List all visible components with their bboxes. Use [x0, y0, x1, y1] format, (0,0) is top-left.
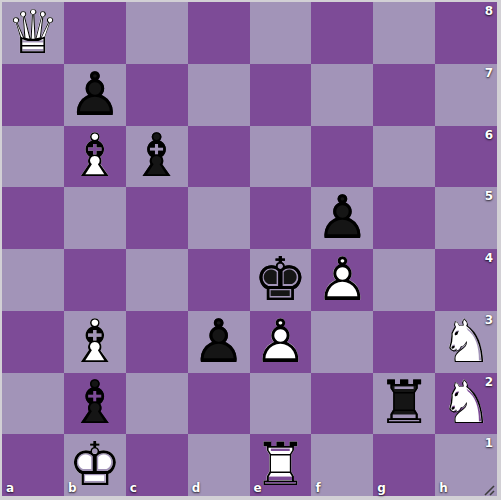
square-f6[interactable] — [311, 126, 373, 188]
square-b1[interactable]: ♚♔b — [64, 434, 126, 496]
square-h5[interactable]: 5 — [435, 187, 497, 249]
square-d6[interactable] — [188, 126, 250, 188]
white-queen-outline-icon: ♕ — [6, 2, 60, 62]
white-rook-piece[interactable]: ♜♖ — [250, 434, 312, 496]
square-c4[interactable] — [126, 249, 188, 311]
square-a2[interactable] — [2, 373, 64, 435]
square-b5[interactable] — [64, 187, 126, 249]
square-e3[interactable]: ♟♙ — [250, 311, 312, 373]
square-h1[interactable]: h1 — [435, 434, 497, 496]
white-bishop-piece[interactable]: ♝♗ — [64, 311, 126, 373]
black-pawn-icon: ♟ — [192, 310, 246, 370]
black-king-piece[interactable]: ♚♔ — [250, 249, 312, 311]
white-king-piece[interactable]: ♚♔ — [64, 434, 126, 496]
square-c6[interactable]: ♝♗ — [126, 126, 188, 188]
black-pawn-icon: ♟ — [68, 63, 122, 123]
black-bishop-piece[interactable]: ♝♗ — [126, 126, 188, 188]
white-knight-icon: ♞ — [439, 372, 493, 432]
black-pawn-piece[interactable]: ♟♙ — [188, 311, 250, 373]
square-e2[interactable] — [250, 373, 312, 435]
square-c7[interactable] — [126, 64, 188, 126]
square-e8[interactable] — [250, 2, 312, 64]
board-resize-handle-icon[interactable] — [482, 481, 495, 494]
square-g5[interactable] — [373, 187, 435, 249]
square-f1[interactable]: f — [311, 434, 373, 496]
black-bishop-piece[interactable]: ♝♗ — [64, 373, 126, 435]
white-bishop-icon: ♝ — [68, 310, 122, 370]
square-f2[interactable] — [311, 373, 373, 435]
file-label-d: d — [192, 481, 201, 495]
square-a6[interactable] — [2, 126, 64, 188]
square-f4[interactable]: ♟♙ — [311, 249, 373, 311]
black-rook-piece[interactable]: ♜♖ — [373, 373, 435, 435]
white-pawn-piece[interactable]: ♟♙ — [250, 311, 312, 373]
rank-label-1: 1 — [485, 436, 493, 450]
file-label-f: f — [315, 481, 320, 495]
square-d3[interactable]: ♟♙ — [188, 311, 250, 373]
black-bishop-outline-icon: ♗ — [68, 372, 122, 432]
white-bishop-outline-icon: ♗ — [68, 125, 122, 185]
white-pawn-icon: ♟ — [254, 310, 308, 370]
black-rook-icon: ♜ — [377, 372, 431, 432]
square-e1[interactable]: ♜♖e — [250, 434, 312, 496]
rank-label-7: 7 — [485, 66, 493, 80]
square-f8[interactable] — [311, 2, 373, 64]
square-b4[interactable] — [64, 249, 126, 311]
square-a5[interactable] — [2, 187, 64, 249]
rank-label-8: 8 — [485, 4, 493, 18]
square-b8[interactable] — [64, 2, 126, 64]
square-g1[interactable]: g — [373, 434, 435, 496]
square-a7[interactable] — [2, 64, 64, 126]
black-pawn-outline-icon: ♙ — [315, 187, 369, 247]
square-g6[interactable] — [373, 126, 435, 188]
black-pawn-outline-icon: ♙ — [192, 310, 246, 370]
white-knight-piece[interactable]: ♞♘ — [435, 311, 497, 373]
rank-label-4: 4 — [485, 251, 493, 265]
black-king-outline-icon: ♔ — [254, 249, 308, 309]
square-c3[interactable] — [126, 311, 188, 373]
square-b2[interactable]: ♝♗ — [64, 373, 126, 435]
square-b7[interactable]: ♟♙ — [64, 64, 126, 126]
white-knight-outline-icon: ♘ — [439, 372, 493, 432]
square-b6[interactable]: ♝♗ — [64, 126, 126, 188]
square-f7[interactable] — [311, 64, 373, 126]
rank-label-6: 6 — [485, 128, 493, 142]
square-e6[interactable] — [250, 126, 312, 188]
square-c1[interactable]: c — [126, 434, 188, 496]
square-h8[interactable]: 8 — [435, 2, 497, 64]
square-d4[interactable] — [188, 249, 250, 311]
file-label-c: c — [130, 481, 137, 495]
square-a4[interactable] — [2, 249, 64, 311]
black-bishop-icon: ♝ — [130, 125, 184, 185]
white-bishop-outline-icon: ♗ — [68, 310, 122, 370]
white-queen-icon: ♛ — [6, 2, 60, 62]
square-e7[interactable] — [250, 64, 312, 126]
square-g8[interactable] — [373, 2, 435, 64]
white-knight-icon: ♞ — [439, 310, 493, 370]
white-pawn-icon: ♟ — [315, 249, 369, 309]
square-d5[interactable] — [188, 187, 250, 249]
chess-board: ♛♕8♟♙7♝♗♝♗6♟♙5♚♔♟♙4♝♗♟♙♟♙♞♘3♝♗♜♖♞♘2a♚♔bc… — [2, 2, 497, 496]
black-pawn-outline-icon: ♙ — [68, 63, 122, 123]
black-king-icon: ♚ — [254, 249, 308, 309]
white-rook-icon: ♜ — [254, 434, 308, 494]
square-g7[interactable] — [373, 64, 435, 126]
white-queen-piece[interactable]: ♛♕ — [2, 2, 64, 64]
file-label-a: a — [6, 481, 14, 495]
square-d8[interactable] — [188, 2, 250, 64]
white-bishop-piece[interactable]: ♝♗ — [64, 126, 126, 188]
square-h7[interactable]: 7 — [435, 64, 497, 126]
white-pawn-piece[interactable]: ♟♙ — [311, 249, 373, 311]
square-a8[interactable]: ♛♕ — [2, 2, 64, 64]
file-label-g: g — [377, 481, 386, 495]
square-a1[interactable]: a — [2, 434, 64, 496]
square-d7[interactable] — [188, 64, 250, 126]
rank-label-5: 5 — [485, 189, 493, 203]
square-h3[interactable]: ♞♘3 — [435, 311, 497, 373]
black-pawn-piece[interactable]: ♟♙ — [64, 64, 126, 126]
square-c8[interactable] — [126, 2, 188, 64]
black-bishop-outline-icon: ♗ — [130, 125, 184, 185]
square-c2[interactable] — [126, 373, 188, 435]
white-rook-outline-icon: ♖ — [254, 434, 308, 494]
page: { "game": "chess", "position": "Q7/1p6/1… — [0, 0, 501, 500]
white-pawn-outline-icon: ♙ — [254, 310, 308, 370]
white-king-outline-icon: ♔ — [68, 434, 122, 494]
square-f3[interactable] — [311, 311, 373, 373]
black-pawn-piece[interactable]: ♟♙ — [311, 187, 373, 249]
white-king-icon: ♚ — [68, 434, 122, 494]
square-h6[interactable]: 6 — [435, 126, 497, 188]
square-d2[interactable] — [188, 373, 250, 435]
square-e5[interactable] — [250, 187, 312, 249]
square-g3[interactable] — [373, 311, 435, 373]
square-b3[interactable]: ♝♗ — [64, 311, 126, 373]
square-c5[interactable] — [126, 187, 188, 249]
square-d1[interactable]: d — [188, 434, 250, 496]
square-h2[interactable]: ♞♘2 — [435, 373, 497, 435]
white-pawn-outline-icon: ♙ — [315, 249, 369, 309]
square-a3[interactable] — [2, 311, 64, 373]
square-e4[interactable]: ♚♔ — [250, 249, 312, 311]
black-rook-outline-icon: ♖ — [377, 372, 431, 432]
file-label-h: h — [439, 481, 448, 495]
white-knight-piece[interactable]: ♞♘ — [435, 373, 497, 435]
black-pawn-icon: ♟ — [315, 187, 369, 247]
square-h4[interactable]: 4 — [435, 249, 497, 311]
white-bishop-icon: ♝ — [68, 125, 122, 185]
black-bishop-icon: ♝ — [68, 372, 122, 432]
square-g4[interactable] — [373, 249, 435, 311]
square-f5[interactable]: ♟♙ — [311, 187, 373, 249]
square-g2[interactable]: ♜♖ — [373, 373, 435, 435]
white-knight-outline-icon: ♘ — [439, 310, 493, 370]
